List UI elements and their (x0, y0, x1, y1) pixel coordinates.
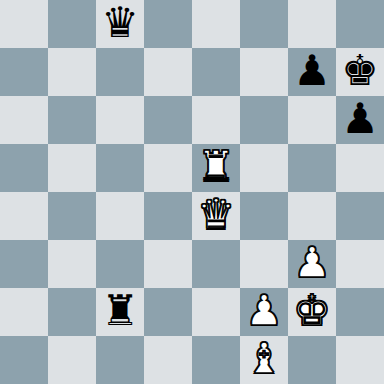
square-e2[interactable] (192, 288, 240, 336)
square-f7[interactable] (240, 48, 288, 96)
square-c2[interactable]: ♜ (96, 288, 144, 336)
square-c1[interactable] (96, 336, 144, 384)
square-d8[interactable] (144, 0, 192, 48)
square-e8[interactable] (192, 0, 240, 48)
square-f8[interactable] (240, 0, 288, 48)
square-c3[interactable] (96, 240, 144, 288)
square-d1[interactable] (144, 336, 192, 384)
square-h7[interactable]: ♚ (336, 48, 384, 96)
black-rook[interactable]: ♜ (101, 287, 139, 335)
square-a7[interactable] (0, 48, 48, 96)
square-b2[interactable] (48, 288, 96, 336)
square-b6[interactable] (48, 96, 96, 144)
black-pawn[interactable]: ♟ (341, 95, 379, 143)
white-rook[interactable]: ♜ (197, 143, 235, 191)
square-d6[interactable] (144, 96, 192, 144)
square-b5[interactable] (48, 144, 96, 192)
black-pawn[interactable]: ♟ (293, 47, 331, 95)
square-b4[interactable] (48, 192, 96, 240)
square-b3[interactable] (48, 240, 96, 288)
square-h2[interactable] (336, 288, 384, 336)
square-f5[interactable] (240, 144, 288, 192)
square-c6[interactable] (96, 96, 144, 144)
square-h5[interactable] (336, 144, 384, 192)
square-c8[interactable]: ♛ (96, 0, 144, 48)
square-b1[interactable] (48, 336, 96, 384)
black-king[interactable]: ♚ (341, 47, 379, 95)
square-g7[interactable]: ♟ (288, 48, 336, 96)
square-g1[interactable] (288, 336, 336, 384)
square-g4[interactable] (288, 192, 336, 240)
square-c5[interactable] (96, 144, 144, 192)
square-h3[interactable] (336, 240, 384, 288)
square-b7[interactable] (48, 48, 96, 96)
square-b8[interactable] (48, 0, 96, 48)
square-e7[interactable] (192, 48, 240, 96)
square-c7[interactable] (96, 48, 144, 96)
square-a2[interactable] (0, 288, 48, 336)
square-g6[interactable] (288, 96, 336, 144)
square-h8[interactable] (336, 0, 384, 48)
square-h1[interactable] (336, 336, 384, 384)
square-f3[interactable] (240, 240, 288, 288)
square-g8[interactable] (288, 0, 336, 48)
square-g5[interactable] (288, 144, 336, 192)
square-a3[interactable] (0, 240, 48, 288)
square-d4[interactable] (144, 192, 192, 240)
square-e5[interactable]: ♜ (192, 144, 240, 192)
square-f2[interactable]: ♟ (240, 288, 288, 336)
square-a5[interactable] (0, 144, 48, 192)
square-e4[interactable]: ♛ (192, 192, 240, 240)
white-pawn[interactable]: ♟ (245, 287, 283, 335)
square-g2[interactable]: ♚ (288, 288, 336, 336)
square-e3[interactable] (192, 240, 240, 288)
square-c4[interactable] (96, 192, 144, 240)
square-f4[interactable] (240, 192, 288, 240)
square-d7[interactable] (144, 48, 192, 96)
chess-board: ♛♟♚♟♜♛♟♜♟♚♝ (0, 0, 384, 384)
square-h6[interactable]: ♟ (336, 96, 384, 144)
square-f6[interactable] (240, 96, 288, 144)
square-e6[interactable] (192, 96, 240, 144)
square-d5[interactable] (144, 144, 192, 192)
square-a6[interactable] (0, 96, 48, 144)
white-king[interactable]: ♚ (293, 287, 331, 335)
white-pawn[interactable]: ♟ (293, 239, 331, 287)
white-queen[interactable]: ♛ (197, 191, 235, 239)
square-e1[interactable] (192, 336, 240, 384)
black-queen[interactable]: ♛ (101, 0, 139, 47)
square-f1[interactable]: ♝ (240, 336, 288, 384)
square-a4[interactable] (0, 192, 48, 240)
square-d2[interactable] (144, 288, 192, 336)
square-g3[interactable]: ♟ (288, 240, 336, 288)
square-a1[interactable] (0, 336, 48, 384)
square-d3[interactable] (144, 240, 192, 288)
square-h4[interactable] (336, 192, 384, 240)
white-bishop[interactable]: ♝ (245, 335, 283, 383)
square-a8[interactable] (0, 0, 48, 48)
